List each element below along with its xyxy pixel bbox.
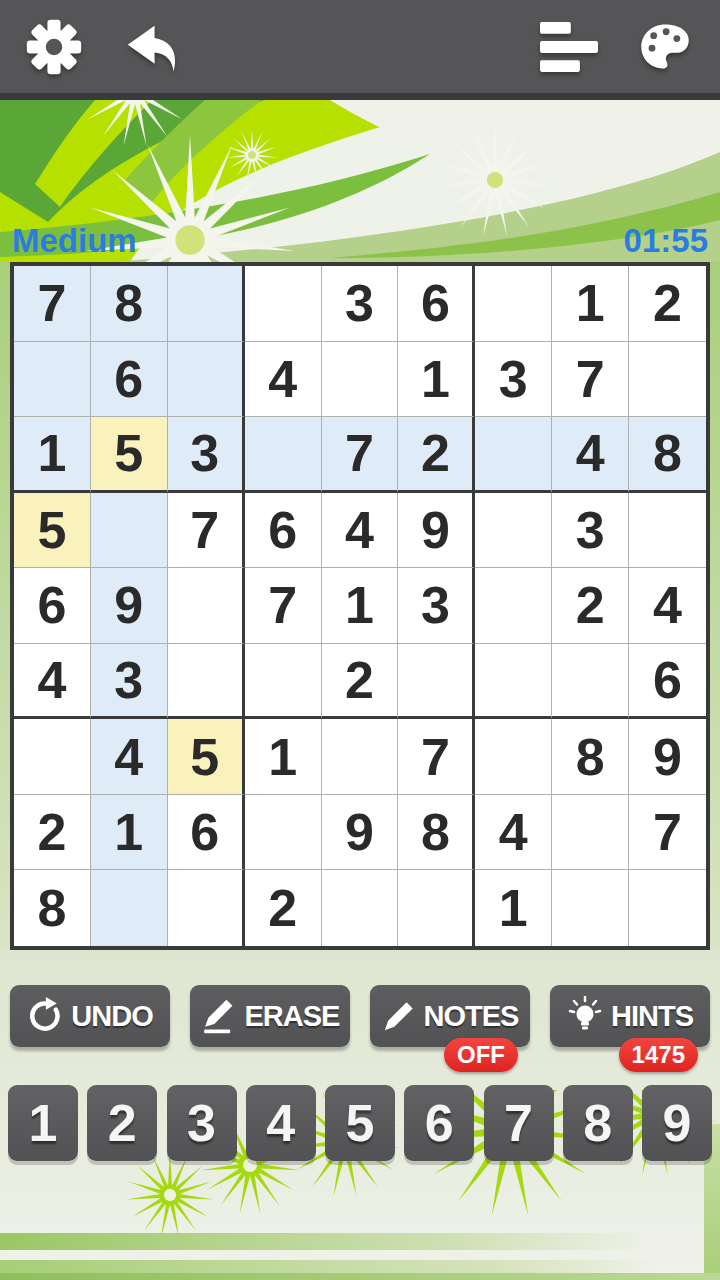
action-bar: UNDO ERASE NOTES OFF bbox=[0, 950, 720, 1047]
cell-r2c4[interactable]: 4 bbox=[245, 342, 322, 418]
action-label: ERASE bbox=[245, 1000, 340, 1033]
cell-r1c3[interactable] bbox=[168, 266, 245, 342]
numpad-key-6[interactable]: 6 bbox=[404, 1085, 474, 1161]
cell-r8c1[interactable]: 2 bbox=[14, 795, 91, 871]
game-hud: Medium 01:55 bbox=[0, 222, 720, 260]
cell-r8c4[interactable] bbox=[245, 795, 322, 871]
cell-r9c6[interactable] bbox=[398, 870, 475, 946]
erase-button[interactable]: ERASE bbox=[190, 985, 350, 1047]
daisy-center bbox=[164, 1189, 176, 1201]
sudoku-board: 7836126413715372485764936971324432645178… bbox=[10, 262, 710, 950]
numpad: 123456789 bbox=[0, 1085, 720, 1161]
theme-button[interactable] bbox=[636, 21, 694, 73]
cell-r5c7[interactable] bbox=[475, 568, 552, 644]
cell-r7c7[interactable] bbox=[475, 719, 552, 795]
cell-r6c1[interactable]: 4 bbox=[14, 644, 91, 720]
cell-r4c6[interactable]: 9 bbox=[398, 493, 475, 569]
cell-r1c6[interactable]: 6 bbox=[398, 266, 475, 342]
board-section: 7836126413715372485764936971324432645178… bbox=[0, 262, 720, 950]
cell-r4c8[interactable]: 3 bbox=[552, 493, 629, 569]
cell-r1c5[interactable]: 3 bbox=[322, 266, 399, 342]
undo-rotate-icon bbox=[27, 997, 63, 1035]
cell-r5c2[interactable]: 9 bbox=[91, 568, 168, 644]
numpad-key-5[interactable]: 5 bbox=[325, 1085, 395, 1161]
toolbar bbox=[0, 0, 720, 100]
notes-status-badge: OFF bbox=[444, 1038, 518, 1072]
cell-r7c8[interactable]: 8 bbox=[552, 719, 629, 795]
cell-r2c1[interactable] bbox=[14, 342, 91, 418]
cell-r2c8[interactable]: 7 bbox=[552, 342, 629, 418]
cell-r9c2[interactable] bbox=[91, 870, 168, 946]
cell-r5c8[interactable]: 2 bbox=[552, 568, 629, 644]
cell-r2c3[interactable] bbox=[168, 342, 245, 418]
cell-r7c5[interactable] bbox=[322, 719, 399, 795]
cell-r3c8[interactable]: 4 bbox=[552, 417, 629, 493]
back-button[interactable] bbox=[120, 20, 178, 74]
cell-r8c5[interactable]: 9 bbox=[322, 795, 399, 871]
cell-r1c1[interactable]: 7 bbox=[14, 266, 91, 342]
header-banner: Medium 01:55 bbox=[0, 100, 720, 262]
erase-pencil-icon bbox=[201, 997, 237, 1035]
settings-button[interactable] bbox=[26, 19, 82, 75]
cell-r7c2[interactable]: 4 bbox=[91, 719, 168, 795]
cell-r2c7[interactable]: 3 bbox=[475, 342, 552, 418]
back-undo-arrow-icon bbox=[120, 20, 178, 74]
cell-r2c6[interactable]: 1 bbox=[398, 342, 475, 418]
cell-r3c6[interactable]: 2 bbox=[398, 417, 475, 493]
cell-r5c4[interactable]: 7 bbox=[245, 568, 322, 644]
hints-count-badge: 1475 bbox=[619, 1038, 698, 1072]
cell-r9c9[interactable] bbox=[629, 870, 706, 946]
stats-button[interactable] bbox=[540, 22, 598, 72]
cell-r3c2[interactable]: 5 bbox=[91, 417, 168, 493]
cell-r3c5[interactable]: 7 bbox=[322, 417, 399, 493]
hints-button[interactable]: HINTS 1475 bbox=[550, 985, 710, 1047]
numpad-key-7[interactable]: 7 bbox=[484, 1085, 554, 1161]
cell-r9c4[interactable]: 2 bbox=[245, 870, 322, 946]
cell-r9c8[interactable] bbox=[552, 870, 629, 946]
cell-r6c4[interactable] bbox=[245, 644, 322, 720]
cell-r6c2[interactable]: 3 bbox=[91, 644, 168, 720]
cell-r4c2[interactable] bbox=[91, 493, 168, 569]
difficulty-label: Medium bbox=[12, 222, 137, 260]
cell-r3c4[interactable] bbox=[245, 417, 322, 493]
numpad-key-9[interactable]: 9 bbox=[642, 1085, 712, 1161]
cell-r5c3[interactable] bbox=[168, 568, 245, 644]
lower-section: UNDO ERASE NOTES OFF bbox=[0, 950, 720, 1280]
cell-r7c9[interactable]: 9 bbox=[629, 719, 706, 795]
cell-r4c5[interactable]: 4 bbox=[322, 493, 399, 569]
numpad-key-1[interactable]: 1 bbox=[8, 1085, 78, 1161]
cell-r1c4[interactable] bbox=[245, 266, 322, 342]
timer-label: 01:55 bbox=[624, 222, 708, 260]
daisy-center bbox=[248, 151, 256, 159]
cell-r9c7[interactable]: 1 bbox=[475, 870, 552, 946]
cell-r6c6[interactable] bbox=[398, 644, 475, 720]
cell-r3c3[interactable]: 3 bbox=[168, 417, 245, 493]
footer-stripe bbox=[0, 1233, 648, 1250]
cell-r5c9[interactable]: 4 bbox=[629, 568, 706, 644]
action-label: UNDO bbox=[71, 1000, 152, 1033]
numpad-key-8[interactable]: 8 bbox=[563, 1085, 633, 1161]
notes-button[interactable]: NOTES OFF bbox=[370, 985, 530, 1047]
cell-r1c7[interactable] bbox=[475, 266, 552, 342]
cell-r8c9[interactable]: 7 bbox=[629, 795, 706, 871]
palette-icon bbox=[636, 21, 694, 73]
cell-r6c3[interactable] bbox=[168, 644, 245, 720]
undo-button[interactable]: UNDO bbox=[10, 985, 170, 1047]
sudoku-app: Medium 01:55 783612641371537248576493697… bbox=[0, 0, 720, 1280]
cell-r8c7[interactable]: 4 bbox=[475, 795, 552, 871]
action-label: HINTS bbox=[611, 1000, 693, 1033]
numpad-key-3[interactable]: 3 bbox=[167, 1085, 237, 1161]
cell-r8c2[interactable]: 1 bbox=[91, 795, 168, 871]
cell-r5c6[interactable]: 3 bbox=[398, 568, 475, 644]
action-label: NOTES bbox=[424, 1000, 519, 1033]
cell-r8c3[interactable]: 6 bbox=[168, 795, 245, 871]
numpad-key-2[interactable]: 2 bbox=[87, 1085, 157, 1161]
cell-r4c9[interactable] bbox=[629, 493, 706, 569]
cell-r1c2[interactable]: 8 bbox=[91, 266, 168, 342]
cell-r5c5[interactable]: 1 bbox=[322, 568, 399, 644]
cell-r6c7[interactable] bbox=[475, 644, 552, 720]
cell-r1c8[interactable]: 1 bbox=[552, 266, 629, 342]
cell-r2c5[interactable] bbox=[322, 342, 399, 418]
stats-bars-icon bbox=[540, 22, 598, 72]
cell-r5c1[interactable]: 6 bbox=[14, 568, 91, 644]
cell-r8c6[interactable]: 8 bbox=[398, 795, 475, 871]
cell-r4c7[interactable] bbox=[475, 493, 552, 569]
cell-r4c3[interactable]: 7 bbox=[168, 493, 245, 569]
cell-r6c9[interactable]: 6 bbox=[629, 644, 706, 720]
bulb-icon bbox=[567, 996, 603, 1036]
cell-r7c3[interactable]: 5 bbox=[168, 719, 245, 795]
cell-r8c8[interactable] bbox=[552, 795, 629, 871]
cell-r4c4[interactable]: 6 bbox=[245, 493, 322, 569]
numpad-key-4[interactable]: 4 bbox=[246, 1085, 316, 1161]
cell-r9c1[interactable]: 8 bbox=[14, 870, 91, 946]
cell-r9c3[interactable] bbox=[168, 870, 245, 946]
cell-r6c5[interactable]: 2 bbox=[322, 644, 399, 720]
cell-r1c9[interactable]: 2 bbox=[629, 266, 706, 342]
gear-icon bbox=[26, 19, 82, 75]
cell-r9c5[interactable] bbox=[322, 870, 399, 946]
cell-r7c6[interactable]: 7 bbox=[398, 719, 475, 795]
cell-r3c9[interactable]: 8 bbox=[629, 417, 706, 493]
cell-r3c1[interactable]: 1 bbox=[14, 417, 91, 493]
cell-r6c8[interactable] bbox=[552, 644, 629, 720]
daisy-center bbox=[487, 172, 503, 188]
cell-r7c4[interactable]: 1 bbox=[245, 719, 322, 795]
footer-bottom-bar bbox=[0, 1273, 720, 1280]
footer-stripe bbox=[0, 1260, 660, 1273]
cell-r7c1[interactable] bbox=[14, 719, 91, 795]
cell-r2c9[interactable] bbox=[629, 342, 706, 418]
pencil-icon bbox=[382, 998, 416, 1034]
cell-r2c2[interactable]: 6 bbox=[91, 342, 168, 418]
cell-r3c7[interactable] bbox=[475, 417, 552, 493]
cell-r4c1[interactable]: 5 bbox=[14, 493, 91, 569]
